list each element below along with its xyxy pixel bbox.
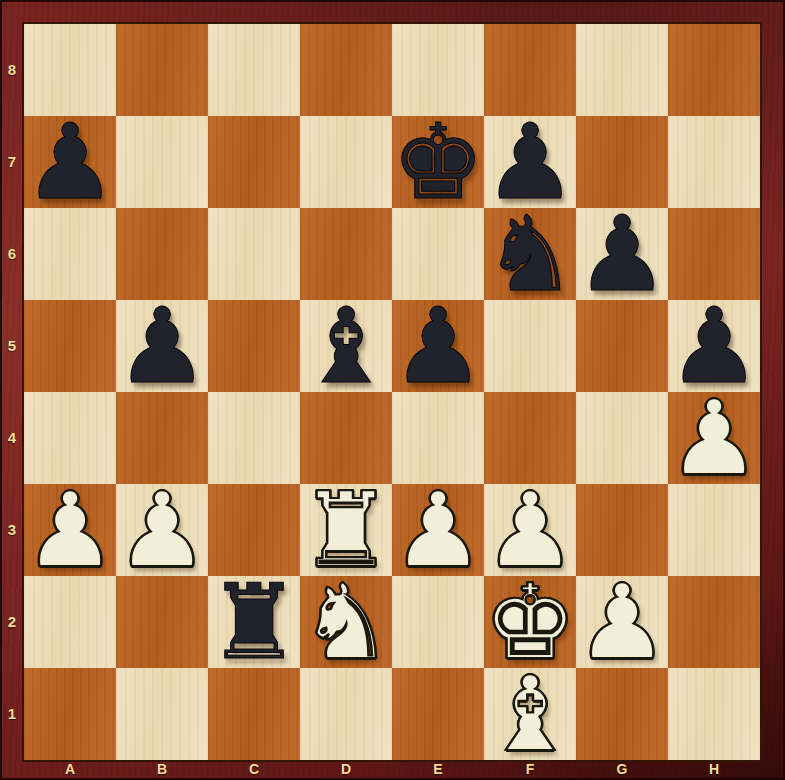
square-b5[interactable]: ♟︎ (116, 300, 208, 392)
square-g2[interactable]: ♟︎ (576, 576, 668, 668)
square-g5[interactable] (576, 300, 668, 392)
file-label-c: C (208, 760, 300, 780)
square-d8[interactable] (300, 24, 392, 116)
square-a2[interactable] (24, 576, 116, 668)
black-knight-piece[interactable]: ♞︎ (483, 202, 576, 306)
file-label-g: G (576, 760, 668, 780)
square-b8[interactable] (116, 24, 208, 116)
square-h8[interactable] (668, 24, 760, 116)
square-a5[interactable] (24, 300, 116, 392)
square-e7[interactable]: ♚︎ (392, 116, 484, 208)
file-label-d: D (300, 760, 392, 780)
chess-board: ♟︎♚︎♟︎♞︎♟︎♟︎♝︎♟︎♟︎♟︎♟︎♟︎♜︎♟︎♟︎♜︎♞︎♚︎♟︎♝︎ (24, 24, 760, 760)
square-a6[interactable] (24, 208, 116, 300)
white-pawn-piece[interactable]: ♟︎ (115, 478, 208, 582)
white-pawn-piece[interactable]: ♟︎ (23, 478, 116, 582)
square-d2[interactable]: ♞︎ (300, 576, 392, 668)
square-c7[interactable] (208, 116, 300, 208)
black-pawn-piece[interactable]: ♟︎ (23, 110, 116, 214)
square-g1[interactable] (576, 668, 668, 760)
square-f1[interactable]: ♝︎ (484, 668, 576, 760)
rank-label-2: 2 (0, 576, 24, 668)
black-rook-piece[interactable]: ♜︎ (207, 570, 300, 674)
file-label-a: A (24, 760, 116, 780)
file-label-e: E (392, 760, 484, 780)
square-g4[interactable] (576, 392, 668, 484)
file-label-h: H (668, 760, 760, 780)
square-c1[interactable] (208, 668, 300, 760)
square-h3[interactable] (668, 484, 760, 576)
square-e3[interactable]: ♟︎ (392, 484, 484, 576)
square-e1[interactable] (392, 668, 484, 760)
square-c4[interactable] (208, 392, 300, 484)
file-label-f: F (484, 760, 576, 780)
square-a1[interactable] (24, 668, 116, 760)
square-b3[interactable]: ♟︎ (116, 484, 208, 576)
black-king-piece[interactable]: ♚︎ (391, 110, 484, 214)
square-g8[interactable] (576, 24, 668, 116)
square-h4[interactable]: ♟︎ (668, 392, 760, 484)
rank-label-4: 4 (0, 392, 24, 484)
black-pawn-piece[interactable]: ♟︎ (391, 294, 484, 398)
square-a7[interactable]: ♟︎ (24, 116, 116, 208)
square-h2[interactable] (668, 576, 760, 668)
square-c5[interactable] (208, 300, 300, 392)
board-frame: ♟︎♚︎♟︎♞︎♟︎♟︎♝︎♟︎♟︎♟︎♟︎♟︎♜︎♟︎♟︎♜︎♞︎♚︎♟︎♝︎… (0, 0, 785, 780)
square-e2[interactable] (392, 576, 484, 668)
square-d5[interactable]: ♝︎ (300, 300, 392, 392)
rank-label-7: 7 (0, 116, 24, 208)
square-f5[interactable] (484, 300, 576, 392)
black-pawn-piece[interactable]: ♟︎ (115, 294, 208, 398)
black-pawn-piece[interactable]: ♟︎ (575, 202, 668, 306)
white-pawn-piece[interactable]: ♟︎ (575, 570, 668, 674)
file-label-b: B (116, 760, 208, 780)
square-e5[interactable]: ♟︎ (392, 300, 484, 392)
white-knight-piece[interactable]: ♞︎ (299, 570, 392, 674)
square-c2[interactable]: ♜︎ (208, 576, 300, 668)
square-a3[interactable]: ♟︎ (24, 484, 116, 576)
rank-label-3: 3 (0, 484, 24, 576)
square-c8[interactable] (208, 24, 300, 116)
white-bishop-piece[interactable]: ♝︎ (483, 662, 576, 766)
black-bishop-piece[interactable]: ♝︎ (299, 294, 392, 398)
white-pawn-piece[interactable]: ♟︎ (667, 386, 760, 490)
rank-label-8: 8 (0, 24, 24, 116)
rank-label-6: 6 (0, 208, 24, 300)
rank-label-5: 5 (0, 300, 24, 392)
square-b2[interactable] (116, 576, 208, 668)
square-b1[interactable] (116, 668, 208, 760)
square-d7[interactable] (300, 116, 392, 208)
square-g6[interactable]: ♟︎ (576, 208, 668, 300)
square-f6[interactable]: ♞︎ (484, 208, 576, 300)
square-d1[interactable] (300, 668, 392, 760)
rank-label-1: 1 (0, 668, 24, 760)
square-h7[interactable] (668, 116, 760, 208)
square-h1[interactable] (668, 668, 760, 760)
white-pawn-piece[interactable]: ♟︎ (391, 478, 484, 582)
square-c6[interactable] (208, 208, 300, 300)
square-b7[interactable] (116, 116, 208, 208)
